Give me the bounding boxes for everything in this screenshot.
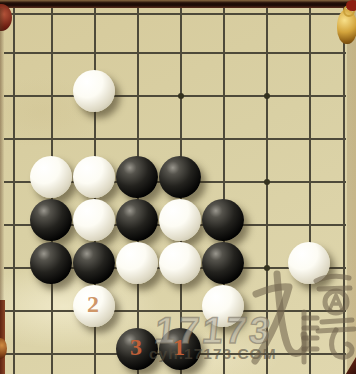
grid-line-horizontal xyxy=(4,95,346,97)
move-number-label: 3 xyxy=(130,335,142,359)
stone-white[interactable]: 2 xyxy=(73,285,115,327)
grid-line-vertical xyxy=(343,8,345,374)
stone-black[interactable] xyxy=(202,242,244,284)
move-number-label: 2 xyxy=(87,292,99,316)
stone-white[interactable] xyxy=(30,156,72,198)
grid-line-horizontal xyxy=(4,52,346,54)
stone-black[interactable] xyxy=(116,199,158,241)
board-frame-right xyxy=(347,8,356,374)
star-point xyxy=(178,93,184,99)
star-point xyxy=(264,179,270,185)
grid-line-horizontal xyxy=(4,310,346,312)
stone-white[interactable] xyxy=(159,199,201,241)
stone-white[interactable] xyxy=(73,70,115,112)
stone-black[interactable] xyxy=(202,199,244,241)
stone-white[interactable] xyxy=(73,156,115,198)
grid-line-vertical xyxy=(13,8,15,374)
go-board[interactable]: 231 17173 cyh.17173.COM xyxy=(0,0,356,374)
grid-line-vertical xyxy=(309,8,311,374)
stone-white[interactable] xyxy=(116,242,158,284)
corner-ornament-top-left xyxy=(0,4,12,31)
corner-ornament-bottom-left xyxy=(0,338,7,359)
stone-black[interactable]: 3 xyxy=(116,328,158,370)
grid-line-horizontal xyxy=(4,138,346,140)
stone-black[interactable] xyxy=(30,199,72,241)
red-cap-ornament-icon xyxy=(346,0,356,11)
star-point xyxy=(264,93,270,99)
stone-black[interactable] xyxy=(116,156,158,198)
grid-line-vertical xyxy=(266,8,268,374)
stone-black[interactable] xyxy=(30,242,72,284)
stone-white[interactable] xyxy=(73,199,115,241)
grid-line-horizontal xyxy=(4,13,346,15)
move-number-label: 1 xyxy=(173,335,185,359)
stone-black[interactable]: 1 xyxy=(159,328,201,370)
stone-white[interactable] xyxy=(288,242,330,284)
board-frame-top xyxy=(0,0,356,8)
stone-white[interactable] xyxy=(202,285,244,327)
star-point xyxy=(264,265,270,271)
stone-white[interactable] xyxy=(159,242,201,284)
stone-black[interactable] xyxy=(73,242,115,284)
stone-black[interactable] xyxy=(159,156,201,198)
